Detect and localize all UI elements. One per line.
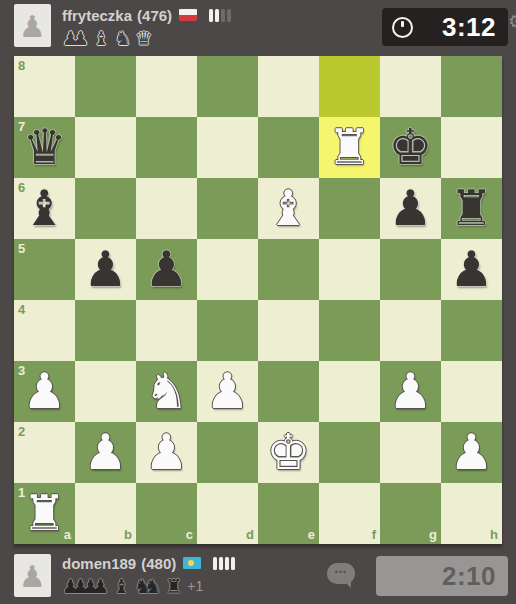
black-queen[interactable]: ♛ [14, 117, 75, 178]
top-player-username[interactable]: ffryteczka [62, 7, 132, 24]
square-c6[interactable] [136, 178, 197, 239]
white-pawn[interactable]: ♟ [380, 361, 441, 422]
square-h2[interactable]: ♟ [441, 422, 502, 483]
square-a3[interactable]: 3♟ [14, 361, 75, 422]
square-g3[interactable]: ♟ [380, 361, 441, 422]
gear-icon[interactable]: ⚙ [508, 10, 516, 32]
poland-flag-icon [179, 9, 197, 21]
black-rook[interactable]: ♜ [441, 178, 502, 239]
square-f3[interactable] [319, 361, 380, 422]
connection-bar [219, 557, 223, 570]
black-pawn[interactable]: ♟ [136, 239, 197, 300]
square-g7[interactable]: ♚ [380, 117, 441, 178]
square-g5[interactable] [380, 239, 441, 300]
top-player-clock: 3:12 [382, 8, 508, 46]
top-player-info: ffryteczka (476) ♟♟♝♞♛ [62, 5, 231, 49]
square-b4[interactable] [75, 300, 136, 361]
chess-board: 87♛♜♚6♝♝♟♜5♟♟♟43♟♞♟♟2♟♟♚♟1a♜bcdefgh [14, 56, 502, 544]
square-h8[interactable] [441, 56, 502, 117]
black-pawn[interactable]: ♟ [380, 178, 441, 239]
captured-piece-group-icon: ♝ [93, 29, 114, 48]
connection-bar [213, 557, 217, 570]
file-label-e: e [308, 528, 315, 541]
captured-piece-group-icon: ♜ [165, 577, 186, 596]
square-h5[interactable]: ♟ [441, 239, 502, 300]
square-f7[interactable]: ♜ [319, 117, 380, 178]
square-h7[interactable] [441, 117, 502, 178]
white-knight[interactable]: ♞ [136, 361, 197, 422]
square-h4[interactable] [441, 300, 502, 361]
white-pawn[interactable]: ♟ [136, 422, 197, 483]
material-advantage: +1 [187, 578, 203, 594]
square-b5[interactable]: ♟ [75, 239, 136, 300]
captured-piece-group-icon: ♝ [113, 577, 134, 596]
square-d1[interactable]: d [197, 483, 258, 544]
rank-label-8: 8 [18, 59, 25, 72]
file-label-d: d [246, 528, 254, 541]
white-pawn[interactable]: ♟ [14, 361, 75, 422]
square-d3[interactable]: ♟ [197, 361, 258, 422]
square-d2[interactable] [197, 422, 258, 483]
white-rook[interactable]: ♜ [319, 117, 380, 178]
captured-piece-group-icon: ♞♞ [134, 577, 165, 596]
square-g1[interactable]: g [380, 483, 441, 544]
top-player-bar: ♟ ffryteczka (476) ♟♟♝♞♛ 3:12 ⚙ [0, 0, 516, 56]
file-label-b: b [124, 528, 132, 541]
file-label-h: h [490, 528, 498, 541]
black-bishop[interactable]: ♝ [14, 178, 75, 239]
square-c5[interactable]: ♟ [136, 239, 197, 300]
bottom-connection-bars-icon [213, 557, 235, 570]
square-a6[interactable]: 6♝ [14, 178, 75, 239]
square-a1[interactable]: 1a♜ [14, 483, 75, 544]
square-b8[interactable] [75, 56, 136, 117]
connection-bar [227, 9, 231, 22]
square-h6[interactable]: ♜ [441, 178, 502, 239]
clock-icon [392, 17, 413, 38]
white-rook[interactable]: ♜ [14, 483, 75, 544]
kazakhstan-flag-icon [183, 557, 201, 569]
square-c4[interactable] [136, 300, 197, 361]
square-d7[interactable] [197, 117, 258, 178]
white-pawn[interactable]: ♟ [197, 361, 258, 422]
square-c7[interactable] [136, 117, 197, 178]
square-c1[interactable]: c [136, 483, 197, 544]
square-a8[interactable]: 8 [14, 56, 75, 117]
captured-piece-group-icon: ♟♟ [62, 29, 93, 48]
bottom-player-avatar[interactable]: ♟ [14, 554, 51, 597]
square-a2[interactable]: 2 [14, 422, 75, 483]
square-c2[interactable]: ♟ [136, 422, 197, 483]
square-f1[interactable]: f [319, 483, 380, 544]
square-c8[interactable] [136, 56, 197, 117]
bottom-player-info: domen189 (480) ♟♟♟♟♝♞♞♜+1 [62, 553, 235, 597]
white-pawn[interactable]: ♟ [75, 422, 136, 483]
top-clock-time: 3:12 [442, 12, 496, 43]
connection-bar [225, 557, 229, 570]
square-e4[interactable] [258, 300, 319, 361]
bottom-player-username[interactable]: domen189 [62, 555, 136, 572]
square-e5[interactable] [258, 239, 319, 300]
square-a5[interactable]: 5 [14, 239, 75, 300]
top-connection-bars-icon [209, 9, 231, 22]
black-pawn[interactable]: ♟ [441, 239, 502, 300]
file-label-c: c [186, 528, 193, 541]
square-d8[interactable] [197, 56, 258, 117]
avatar-pawn-icon: ♟ [19, 12, 46, 42]
square-g8[interactable] [380, 56, 441, 117]
chess-game-screen: { "game": "chess", "position": { "fen": … [0, 0, 516, 604]
rank-label-2: 2 [18, 425, 25, 438]
square-d6[interactable] [197, 178, 258, 239]
square-f6[interactable] [319, 178, 380, 239]
bottom-clock-time: 2:10 [442, 561, 496, 592]
square-g4[interactable] [380, 300, 441, 361]
square-b1[interactable]: b [75, 483, 136, 544]
square-a4[interactable]: 4 [14, 300, 75, 361]
top-player-rating: (476) [137, 7, 172, 24]
top-captured-pieces: ♟♟♝♞♛ [62, 27, 231, 49]
square-b2[interactable]: ♟ [75, 422, 136, 483]
white-king[interactable]: ♚ [258, 422, 319, 483]
file-label-g: g [429, 528, 437, 541]
rank-label-5: 5 [18, 242, 25, 255]
square-a7[interactable]: 7♛ [14, 117, 75, 178]
square-f4[interactable] [319, 300, 380, 361]
square-c3[interactable]: ♞ [136, 361, 197, 422]
file-label-f: f [372, 528, 376, 541]
black-pawn[interactable]: ♟ [75, 239, 136, 300]
white-pawn[interactable]: ♟ [441, 422, 502, 483]
square-d5[interactable] [197, 239, 258, 300]
square-b7[interactable] [75, 117, 136, 178]
top-player-avatar[interactable]: ♟ [14, 4, 51, 47]
avatar-pawn-icon: ♟ [19, 562, 46, 592]
bottom-player-clock: 2:10 [376, 556, 508, 596]
bottom-captured-pieces: ♟♟♟♟♝♞♞♜+1 [62, 575, 235, 597]
white-bishop[interactable]: ♝ [258, 178, 319, 239]
square-e3[interactable] [258, 361, 319, 422]
connection-bar [215, 9, 219, 22]
square-f2[interactable] [319, 422, 380, 483]
square-e8[interactable] [258, 56, 319, 117]
square-f5[interactable] [319, 239, 380, 300]
captured-piece-group-icon: ♛ [135, 29, 156, 48]
captured-piece-group-icon: ♞ [114, 29, 135, 48]
square-e2[interactable]: ♚ [258, 422, 319, 483]
square-b6[interactable] [75, 178, 136, 239]
square-g2[interactable] [380, 422, 441, 483]
square-h3[interactable] [441, 361, 502, 422]
chat-dots: ••• [335, 568, 347, 577]
bottom-player-rating: (480) [141, 555, 176, 572]
square-e1[interactable]: e [258, 483, 319, 544]
square-h1[interactable]: h [441, 483, 502, 544]
square-d4[interactable] [197, 300, 258, 361]
square-e7[interactable] [258, 117, 319, 178]
square-b3[interactable] [75, 361, 136, 422]
connection-bar [221, 9, 225, 22]
square-g6[interactable]: ♟ [380, 178, 441, 239]
captured-piece-group-icon: ♟♟♟♟ [62, 577, 113, 596]
connection-bar [209, 9, 213, 22]
square-e6[interactable]: ♝ [258, 178, 319, 239]
rank-label-4: 4 [18, 303, 25, 316]
bottom-player-bar: ♟ domen189 (480) ♟♟♟♟♝♞♞♜+1 ••• 2:10 [0, 544, 516, 604]
connection-bar [231, 557, 235, 570]
chat-bubble-icon[interactable]: ••• [327, 563, 355, 584]
black-king[interactable]: ♚ [380, 117, 441, 178]
square-f8[interactable] [319, 56, 380, 117]
